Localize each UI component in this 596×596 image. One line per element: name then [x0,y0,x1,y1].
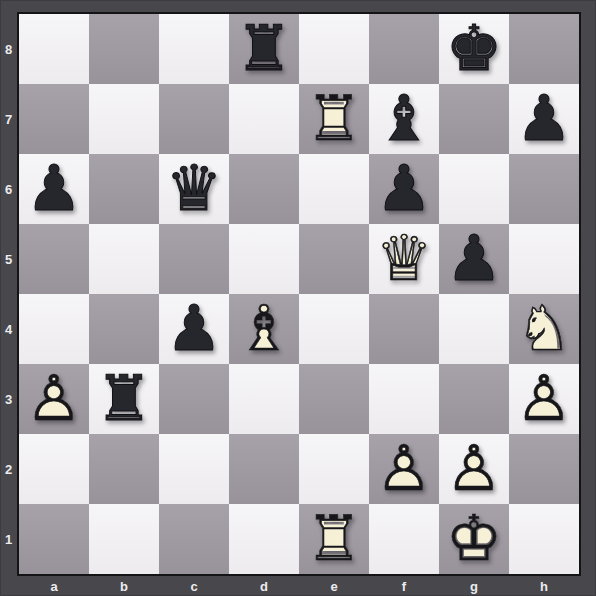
square-b3[interactable]: ♜ [89,364,159,434]
square-f4[interactable] [369,294,439,364]
rank-label-4: 4 [0,294,17,364]
file-label-b: b [89,578,159,594]
white-pawn-glyph-outline: ♙ [376,434,432,504]
white-pawn-glyph-outline: ♙ [446,434,502,504]
square-e3[interactable] [299,364,369,434]
square-d8[interactable]: ♜ [229,14,299,84]
square-f1[interactable] [369,504,439,574]
square-f7[interactable]: ♝ [369,84,439,154]
square-f3[interactable] [369,364,439,434]
piece-white-pawn-g2[interactable]: ♟♙ [439,434,509,504]
piece-white-pawn-a3[interactable]: ♟♙ [19,364,89,434]
square-b6[interactable] [89,154,159,224]
file-label-a: a [19,578,89,594]
piece-white-rook-e1[interactable]: ♜♖ [299,504,369,574]
square-e1[interactable]: ♜♖ [299,504,369,574]
square-g2[interactable]: ♟♙ [439,434,509,504]
square-b1[interactable] [89,504,159,574]
square-e8[interactable] [299,14,369,84]
black-queen-glyph-fill: ♛ [166,154,222,224]
square-g1[interactable]: ♚♔ [439,504,509,574]
square-f5[interactable]: ♛♕ [369,224,439,294]
square-a3[interactable]: ♟♙ [19,364,89,434]
piece-black-pawn-g5[interactable]: ♟ [439,224,509,294]
file-label-d: d [229,578,299,594]
square-c4[interactable]: ♟ [159,294,229,364]
square-h2[interactable] [509,434,579,504]
black-pawn-glyph-fill: ♟ [446,224,502,294]
white-rook-glyph-outline: ♖ [306,504,362,574]
piece-black-rook-d8[interactable]: ♜ [229,14,299,84]
square-c7[interactable] [159,84,229,154]
square-a4[interactable] [19,294,89,364]
square-d6[interactable] [229,154,299,224]
piece-black-king-g8[interactable]: ♚ [439,14,509,84]
white-pawn-glyph-outline: ♙ [26,364,82,434]
square-f8[interactable] [369,14,439,84]
piece-black-pawn-h7[interactable]: ♟ [509,84,579,154]
piece-black-bishop-f7[interactable]: ♝ [369,84,439,154]
square-g3[interactable] [439,364,509,434]
file-label-f: f [369,578,439,594]
square-e6[interactable] [299,154,369,224]
square-a2[interactable] [19,434,89,504]
square-c1[interactable] [159,504,229,574]
piece-white-pawn-f2[interactable]: ♟♙ [369,434,439,504]
chess-board: ♜♚♜♖♝♟♟♛♟♛♕♟♟♝♗♞♘♟♙♜♟♙♟♙♟♙♜♖♚♔ [17,12,581,576]
square-d1[interactable] [229,504,299,574]
black-pawn-glyph-fill: ♟ [166,294,222,364]
white-pawn-glyph-outline: ♙ [516,364,572,434]
file-label-g: g [439,578,509,594]
file-label-c: c [159,578,229,594]
piece-white-bishop-d4[interactable]: ♝♗ [229,294,299,364]
rank-label-1: 1 [0,504,17,574]
square-h3[interactable]: ♟♙ [509,364,579,434]
piece-black-queen-c6[interactable]: ♛ [159,154,229,224]
square-h6[interactable] [509,154,579,224]
white-knight-glyph-outline: ♘ [516,294,572,364]
square-c3[interactable] [159,364,229,434]
black-pawn-glyph-fill: ♟ [516,84,572,154]
square-e2[interactable] [299,434,369,504]
square-a5[interactable] [19,224,89,294]
square-a1[interactable] [19,504,89,574]
rank-label-7: 7 [0,84,17,154]
rank-label-5: 5 [0,224,17,294]
square-f2[interactable]: ♟♙ [369,434,439,504]
square-h4[interactable]: ♞♘ [509,294,579,364]
square-d4[interactable]: ♝♗ [229,294,299,364]
square-g5[interactable]: ♟ [439,224,509,294]
square-a6[interactable]: ♟ [19,154,89,224]
white-rook-glyph-outline: ♖ [306,84,362,154]
piece-black-pawn-f6[interactable]: ♟ [369,154,439,224]
square-h1[interactable] [509,504,579,574]
white-queen-glyph-outline: ♕ [376,224,432,294]
square-h7[interactable]: ♟ [509,84,579,154]
piece-black-pawn-a6[interactable]: ♟ [19,154,89,224]
black-pawn-glyph-fill: ♟ [376,154,432,224]
chessboard-frame: ♜♚♜♖♝♟♟♛♟♛♕♟♟♝♗♞♘♟♙♜♟♙♟♙♟♙♜♖♚♔ 87654321a… [0,0,596,596]
square-d7[interactable] [229,84,299,154]
square-f6[interactable]: ♟ [369,154,439,224]
rank-label-3: 3 [0,364,17,434]
square-b2[interactable] [89,434,159,504]
rank-label-6: 6 [0,154,17,224]
black-pawn-glyph-fill: ♟ [26,154,82,224]
square-b4[interactable] [89,294,159,364]
square-b5[interactable] [89,224,159,294]
white-king-glyph-outline: ♔ [446,504,502,574]
rank-label-2: 2 [0,434,17,504]
square-d5[interactable] [229,224,299,294]
square-e4[interactable] [299,294,369,364]
square-g4[interactable] [439,294,509,364]
white-bishop-glyph-outline: ♗ [236,294,292,364]
piece-white-queen-f5[interactable]: ♛♕ [369,224,439,294]
black-bishop-glyph-fill: ♝ [376,84,432,154]
file-label-h: h [509,578,579,594]
square-a8[interactable] [19,14,89,84]
black-rook-glyph-fill: ♜ [236,14,292,84]
square-e5[interactable] [299,224,369,294]
square-e7[interactable]: ♜♖ [299,84,369,154]
square-d3[interactable] [229,364,299,434]
square-g6[interactable] [439,154,509,224]
square-c6[interactable]: ♛ [159,154,229,224]
piece-white-pawn-h3[interactable]: ♟♙ [509,364,579,434]
square-a7[interactable] [19,84,89,154]
square-h8[interactable] [509,14,579,84]
piece-black-pawn-c4[interactable]: ♟ [159,294,229,364]
square-g7[interactable] [439,84,509,154]
square-c2[interactable] [159,434,229,504]
square-b8[interactable] [89,14,159,84]
file-label-e: e [299,578,369,594]
black-king-glyph-fill: ♚ [446,14,502,84]
rank-label-8: 8 [0,14,17,84]
piece-black-rook-b3[interactable]: ♜ [89,364,159,434]
square-h5[interactable] [509,224,579,294]
piece-white-king-g1[interactable]: ♚♔ [439,504,509,574]
piece-white-knight-h4[interactable]: ♞♘ [509,294,579,364]
square-g8[interactable]: ♚ [439,14,509,84]
piece-white-rook-e7[interactable]: ♜♖ [299,84,369,154]
black-rook-glyph-fill: ♜ [96,364,152,434]
square-d2[interactable] [229,434,299,504]
square-c8[interactable] [159,14,229,84]
square-b7[interactable] [89,84,159,154]
square-c5[interactable] [159,224,229,294]
